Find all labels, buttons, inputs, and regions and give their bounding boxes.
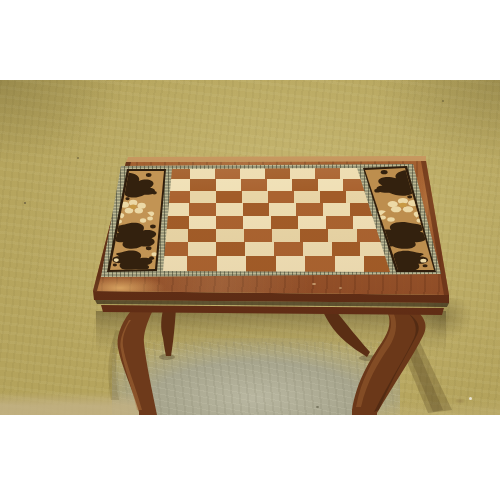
photo-vignette — [0, 80, 500, 415]
photo-canvas — [0, 0, 500, 500]
photo — [0, 80, 500, 415]
